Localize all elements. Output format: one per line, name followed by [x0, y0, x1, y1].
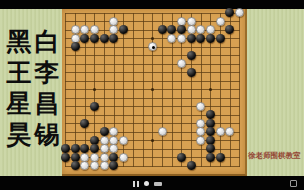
white-stone [109, 127, 118, 136]
black-stone [71, 161, 80, 170]
star-point [209, 88, 212, 91]
black-stone [187, 51, 196, 60]
last-move-marker [152, 46, 155, 49]
black-stone [90, 34, 99, 43]
black-stone [206, 110, 215, 119]
black-stone [61, 153, 70, 162]
black-stone [196, 34, 205, 43]
white-stone [177, 34, 186, 43]
black-stone [206, 144, 215, 153]
black-stone [187, 68, 196, 77]
white-stone [216, 127, 225, 136]
black-stone [177, 25, 186, 34]
black-stone [187, 34, 196, 43]
white-stone [196, 25, 205, 34]
white-stone [225, 127, 234, 136]
white-stone [196, 127, 205, 136]
fullscreen-icon[interactable] [290, 180, 297, 187]
white-stone [196, 102, 205, 111]
white-stone [109, 144, 118, 153]
white-stone [196, 136, 205, 145]
black-stone [206, 127, 215, 136]
white-stone [216, 17, 225, 26]
black-stone [80, 144, 89, 153]
black-stone [216, 153, 225, 162]
grid-line-horizontal [65, 98, 240, 99]
grid-line-horizontal [65, 21, 240, 22]
grid-line-horizontal [65, 72, 240, 73]
white-stone [100, 144, 109, 153]
black-stone [225, 25, 234, 34]
black-stone [225, 8, 234, 17]
black-stone [71, 144, 80, 153]
white-player-label: 白李昌锡 [33, 26, 61, 150]
black-stone [90, 144, 99, 153]
black-stone [206, 153, 215, 162]
white-stone [148, 42, 157, 51]
grid-line-horizontal [65, 55, 240, 56]
black-stone [100, 127, 109, 136]
black-stone [119, 25, 128, 34]
black-stone [100, 34, 109, 43]
white-stone [80, 161, 89, 170]
top-letterbox-bar [0, 0, 304, 9]
pause-icon[interactable] [133, 181, 139, 187]
left-player-panel: 黑王星昊 白李昌锡 [0, 9, 62, 176]
grid-line-horizontal [65, 13, 240, 14]
video-frame: 黑王星昊 白李昌锡 徐老师围棋教室 [0, 0, 304, 190]
white-stone [109, 25, 118, 34]
white-stone [90, 25, 99, 34]
black-stone [61, 144, 70, 153]
white-stone [100, 161, 109, 170]
black-stone [177, 153, 186, 162]
star-point [151, 139, 154, 142]
go-board [62, 9, 247, 176]
white-stone [177, 59, 186, 68]
grid-line-horizontal [65, 64, 240, 65]
black-stone [90, 102, 99, 111]
black-stone [109, 161, 118, 170]
white-stone [90, 161, 99, 170]
white-stone [119, 136, 128, 145]
white-stone [71, 25, 80, 34]
white-stone [80, 25, 89, 34]
black-stone [167, 25, 176, 34]
black-stone [71, 42, 80, 51]
player-controls [133, 179, 162, 188]
grid-line-horizontal [65, 81, 240, 82]
black-stone [80, 119, 89, 128]
channel-watermark: 徐老师围棋教室 [248, 151, 304, 161]
record-dot-icon[interactable] [144, 181, 149, 186]
star-point [151, 37, 154, 40]
black-stone [216, 34, 225, 43]
white-stone [187, 25, 196, 34]
white-stone [167, 34, 176, 43]
black-player-label: 黑王星昊 [5, 26, 33, 150]
white-stone [235, 8, 244, 17]
black-stone [206, 34, 215, 43]
black-stone [109, 34, 118, 43]
progress-segment[interactable] [154, 182, 162, 186]
white-stone [206, 25, 215, 34]
black-stone [80, 34, 89, 43]
white-stone [158, 127, 167, 136]
black-stone [187, 161, 196, 170]
white-stone [119, 153, 128, 162]
star-point [151, 88, 154, 91]
right-side-panel: 徐老师围棋教室 [247, 9, 304, 176]
star-point [93, 88, 96, 91]
black-stone [158, 25, 167, 34]
